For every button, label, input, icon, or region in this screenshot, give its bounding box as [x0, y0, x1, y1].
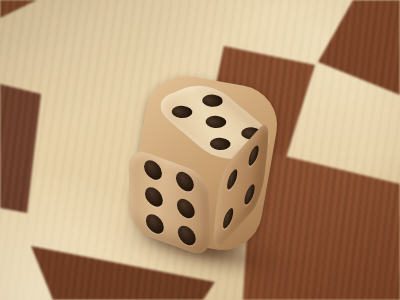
pip — [222, 203, 234, 231]
pip — [244, 180, 256, 208]
photo-die-on-checkerboard — [0, 0, 400, 300]
pip — [206, 136, 235, 153]
pip — [177, 223, 195, 248]
pip — [198, 93, 227, 110]
pip — [176, 196, 194, 221]
pip — [144, 184, 162, 209]
pip — [167, 103, 196, 120]
pip — [145, 211, 163, 236]
pip — [175, 169, 193, 194]
pip — [226, 164, 238, 192]
pip — [248, 141, 260, 169]
pip — [143, 157, 161, 182]
pip — [201, 114, 230, 131]
